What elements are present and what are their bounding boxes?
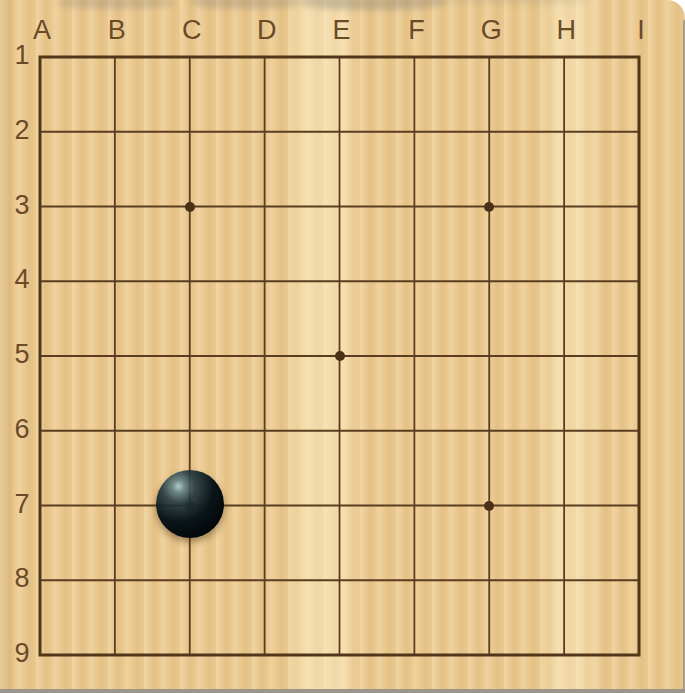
intersection-A5[interactable] bbox=[3, 319, 78, 394]
intersection-B6[interactable] bbox=[77, 393, 152, 468]
intersection-H2[interactable] bbox=[527, 94, 602, 169]
intersection-A7[interactable] bbox=[3, 468, 78, 543]
intersection-H9[interactable] bbox=[527, 618, 602, 693]
intersection-E8[interactable] bbox=[302, 543, 377, 618]
intersection-F6[interactable] bbox=[377, 393, 452, 468]
intersection-G2[interactable] bbox=[452, 94, 527, 169]
intersection-C1[interactable] bbox=[152, 20, 227, 95]
intersection-C5[interactable] bbox=[152, 319, 227, 394]
intersection-I2[interactable] bbox=[602, 94, 677, 169]
intersection-E4[interactable] bbox=[302, 244, 377, 319]
black-stone-C7[interactable] bbox=[156, 470, 224, 538]
intersection-F9[interactable] bbox=[377, 618, 452, 693]
intersection-I6[interactable] bbox=[602, 393, 677, 468]
intersection-H1[interactable] bbox=[527, 20, 602, 95]
intersection-H3[interactable] bbox=[527, 169, 602, 244]
star-point-G7 bbox=[484, 501, 494, 511]
intersection-B5[interactable] bbox=[77, 319, 152, 394]
intersection-H6[interactable] bbox=[527, 393, 602, 468]
star-point-E5 bbox=[335, 351, 345, 361]
intersection-I1[interactable] bbox=[602, 20, 677, 95]
intersection-B1[interactable] bbox=[77, 20, 152, 95]
intersection-F5[interactable] bbox=[377, 319, 452, 394]
intersection-C9[interactable] bbox=[152, 618, 227, 693]
intersection-A2[interactable] bbox=[3, 94, 78, 169]
intersection-F3[interactable] bbox=[377, 169, 452, 244]
intersection-C6[interactable] bbox=[152, 393, 227, 468]
intersection-G1[interactable] bbox=[452, 20, 527, 95]
intersection-D5[interactable] bbox=[227, 319, 302, 394]
intersection-G4[interactable] bbox=[452, 244, 527, 319]
intersection-G6[interactable] bbox=[452, 393, 527, 468]
intersection-A8[interactable] bbox=[3, 543, 78, 618]
intersection-I9[interactable] bbox=[602, 618, 677, 693]
intersection-H8[interactable] bbox=[527, 543, 602, 618]
intersection-F8[interactable] bbox=[377, 543, 452, 618]
intersection-E3[interactable] bbox=[302, 169, 377, 244]
intersection-E9[interactable] bbox=[302, 618, 377, 693]
intersection-D2[interactable] bbox=[227, 94, 302, 169]
intersection-B3[interactable] bbox=[77, 169, 152, 244]
star-point-C3 bbox=[185, 202, 195, 212]
intersection-I3[interactable] bbox=[602, 169, 677, 244]
intersection-A4[interactable] bbox=[3, 244, 78, 319]
intersection-G8[interactable] bbox=[452, 543, 527, 618]
intersection-D6[interactable] bbox=[227, 393, 302, 468]
intersection-F4[interactable] bbox=[377, 244, 452, 319]
intersection-D3[interactable] bbox=[227, 169, 302, 244]
intersection-F7[interactable] bbox=[377, 468, 452, 543]
intersection-B8[interactable] bbox=[77, 543, 152, 618]
intersection-B9[interactable] bbox=[77, 618, 152, 693]
intersection-D8[interactable] bbox=[227, 543, 302, 618]
intersection-H7[interactable] bbox=[527, 468, 602, 543]
intersection-D9[interactable] bbox=[227, 618, 302, 693]
intersection-F1[interactable] bbox=[377, 20, 452, 95]
go-app-screen: ABCDEFGHI123456789 bbox=[0, 0, 685, 693]
board-bottom-edge bbox=[0, 689, 685, 693]
intersection-I5[interactable] bbox=[602, 319, 677, 394]
intersection-E1[interactable] bbox=[302, 20, 377, 95]
intersection-A1[interactable] bbox=[3, 20, 78, 95]
intersection-I8[interactable] bbox=[602, 543, 677, 618]
intersection-G5[interactable] bbox=[452, 319, 527, 394]
intersection-E6[interactable] bbox=[302, 393, 377, 468]
intersection-G9[interactable] bbox=[452, 618, 527, 693]
intersection-C2[interactable] bbox=[152, 94, 227, 169]
intersection-A9[interactable] bbox=[3, 618, 78, 693]
intersection-B4[interactable] bbox=[77, 244, 152, 319]
intersection-C8[interactable] bbox=[152, 543, 227, 618]
intersection-A3[interactable] bbox=[3, 169, 78, 244]
intersection-B7[interactable] bbox=[77, 468, 152, 543]
intersection-H4[interactable] bbox=[527, 244, 602, 319]
intersection-A6[interactable] bbox=[3, 393, 78, 468]
intersection-I7[interactable] bbox=[602, 468, 677, 543]
intersection-E7[interactable] bbox=[302, 468, 377, 543]
intersection-F2[interactable] bbox=[377, 94, 452, 169]
intersection-D4[interactable] bbox=[227, 244, 302, 319]
intersection-E2[interactable] bbox=[302, 94, 377, 169]
intersection-D1[interactable] bbox=[227, 20, 302, 95]
intersection-H5[interactable] bbox=[527, 319, 602, 394]
star-point-G3 bbox=[484, 202, 494, 212]
go-board: ABCDEFGHI123456789 bbox=[0, 0, 685, 693]
intersection-B2[interactable] bbox=[77, 94, 152, 169]
intersection-D7[interactable] bbox=[227, 468, 302, 543]
intersection-C4[interactable] bbox=[152, 244, 227, 319]
intersection-I4[interactable] bbox=[602, 244, 677, 319]
